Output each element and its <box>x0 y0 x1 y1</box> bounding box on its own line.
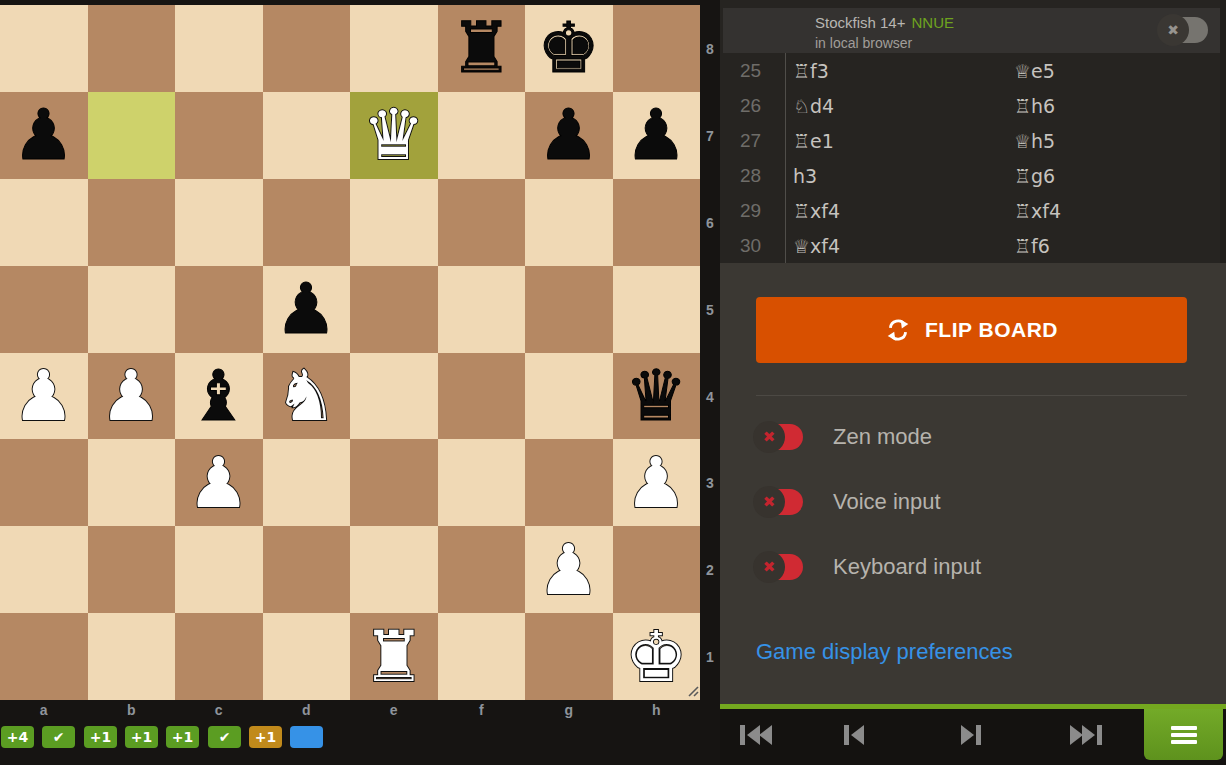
toggle-off-x-icon: ✖ <box>753 551 785 583</box>
file-label-c: c <box>175 702 263 718</box>
white-move[interactable]: ♖e1 <box>785 130 1006 152</box>
file-label-d: d <box>263 702 351 718</box>
square-d2[interactable] <box>263 526 351 613</box>
black-pawn[interactable]: ♟ <box>275 274 338 344</box>
file-label-a: a <box>0 702 88 718</box>
square-e5[interactable] <box>350 266 438 353</box>
file-label-e: e <box>350 702 438 718</box>
square-b6[interactable] <box>88 179 176 266</box>
square-c7[interactable] <box>175 92 263 179</box>
flip-board-label: FLIP BOARD <box>925 318 1058 342</box>
white-queen[interactable]: ♛ <box>362 100 425 170</box>
white-move[interactable]: ♘d4 <box>785 95 1006 117</box>
feedback-badge-warn: +1 <box>249 726 282 748</box>
flip-icon <box>885 317 911 343</box>
move-number: 29 <box>720 200 785 222</box>
white-move[interactable]: ♕xf4 <box>785 235 1006 257</box>
square-b1[interactable] <box>88 613 176 700</box>
move-number: 28 <box>720 165 785 187</box>
square-c2[interactable] <box>175 526 263 613</box>
analysis-menu-button[interactable] <box>1144 709 1223 760</box>
chess-board[interactable]: ♜♚♟♛♟♟♟♟♟♝♞♛♟♟♟♜♚ <box>0 5 700 700</box>
zen-mode-toggle-row[interactable]: ✖ Zen mode <box>756 421 932 453</box>
rank-label-3: 3 <box>700 475 720 491</box>
white-pawn[interactable]: ♟ <box>12 361 75 431</box>
square-a1[interactable] <box>0 613 88 700</box>
file-label-f: f <box>438 702 526 718</box>
square-e8[interactable] <box>350 5 438 92</box>
square-d6[interactable] <box>263 179 351 266</box>
file-labels: abcdefgh <box>0 702 700 720</box>
feedback-badge-good: +1 <box>125 726 158 748</box>
square-c5[interactable] <box>175 266 263 353</box>
feedback-badge-good: ✔ <box>208 726 241 748</box>
side-panel: Stockfish 14+NNUE in local browser ✖ 25♖… <box>720 0 1226 765</box>
engine-toggle[interactable]: ✖ <box>1160 17 1208 43</box>
hamburger-icon <box>1150 726 1217 744</box>
voice-input-label: Voice input <box>833 489 941 515</box>
square-f2[interactable] <box>438 526 526 613</box>
square-a4[interactable]: ♟ <box>0 353 88 440</box>
white-move[interactable]: ♖f3 <box>785 60 1006 82</box>
square-g4[interactable] <box>525 353 613 440</box>
square-a2[interactable] <box>0 526 88 613</box>
square-e6[interactable] <box>350 179 438 266</box>
square-b5[interactable] <box>88 266 176 353</box>
square-c3[interactable]: ♟ <box>175 439 263 526</box>
step-back-icon <box>844 723 866 747</box>
move-number: 27 <box>720 130 785 152</box>
rank-label-4: 4 <box>700 389 720 405</box>
square-f1[interactable] <box>438 613 526 700</box>
black-move[interactable]: ♕h5 <box>1006 130 1226 152</box>
square-b3[interactable] <box>88 439 176 526</box>
square-g1[interactable] <box>525 613 613 700</box>
settings-dropdown: FLIP BOARD ✖ Zen mode ✖ Voice input ✖ Ke… <box>720 263 1226 704</box>
square-h6[interactable] <box>613 179 701 266</box>
square-g8[interactable]: ♚ <box>525 5 613 92</box>
move-number: 26 <box>720 95 785 117</box>
white-knight[interactable]: ♞ <box>275 361 338 431</box>
white-pawn[interactable]: ♟ <box>625 448 688 518</box>
square-f3[interactable] <box>438 439 526 526</box>
square-h7[interactable]: ♟ <box>613 92 701 179</box>
square-d3[interactable] <box>263 439 351 526</box>
square-e4[interactable] <box>350 353 438 440</box>
white-move[interactable]: h3 <box>785 165 1006 187</box>
move-number: 25 <box>720 60 785 82</box>
black-move[interactable]: ♖h6 <box>1006 95 1226 117</box>
zen-mode-label: Zen mode <box>833 424 932 450</box>
square-c4[interactable]: ♝ <box>175 353 263 440</box>
keyboard-input-toggle-row[interactable]: ✖ Keyboard input <box>756 551 981 583</box>
square-d8[interactable] <box>263 5 351 92</box>
square-e2[interactable] <box>350 526 438 613</box>
move-row: 30♕xf4♖f6 <box>720 228 1226 263</box>
square-e7[interactable]: ♛ <box>350 92 438 179</box>
square-d7[interactable] <box>263 92 351 179</box>
square-h8[interactable] <box>613 5 701 92</box>
move-number: 30 <box>720 235 785 257</box>
square-a6[interactable] <box>0 179 88 266</box>
skip-to-start-icon <box>740 723 774 747</box>
square-b2[interactable] <box>88 526 176 613</box>
toggle-off-x-icon: ✖ <box>753 421 785 453</box>
move-row: 25♖f3♕e5 <box>720 53 1226 88</box>
square-d5[interactable]: ♟ <box>263 266 351 353</box>
white-rook[interactable]: ♜ <box>362 622 425 692</box>
file-label-b: b <box>88 702 176 718</box>
move-row: 28h3♖g6 <box>720 158 1226 193</box>
move-feedback-badges: +4✔+1+1+1✔+1 <box>0 726 700 748</box>
rank-label-1: 1 <box>700 649 720 665</box>
move-row: 26♘d4♖h6 <box>720 88 1226 123</box>
feedback-badge-good: +1 <box>166 726 199 748</box>
square-b7[interactable] <box>88 92 176 179</box>
zen-mode-switch[interactable]: ✖ <box>756 424 803 450</box>
step-forward-icon <box>959 723 981 747</box>
square-d1[interactable] <box>263 613 351 700</box>
feedback-badge-current <box>290 726 323 748</box>
square-c8[interactable] <box>175 5 263 92</box>
square-f6[interactable] <box>438 179 526 266</box>
file-label-g: g <box>525 702 613 718</box>
engine-name: Stockfish 14+ <box>815 14 905 31</box>
board-resize-handle[interactable] <box>686 684 699 697</box>
black-move[interactable]: ♖xf4 <box>1006 200 1226 222</box>
square-a7[interactable]: ♟ <box>0 92 88 179</box>
square-e3[interactable] <box>350 439 438 526</box>
keyboard-input-switch[interactable]: ✖ <box>756 554 803 580</box>
engine-toggle-x-icon: ✖ <box>1157 14 1189 46</box>
black-move[interactable]: ♕e5 <box>1006 60 1226 82</box>
square-a5[interactable] <box>0 266 88 353</box>
last-move-button[interactable] <box>1070 723 1104 750</box>
toggle-off-x-icon: ✖ <box>753 486 785 518</box>
square-f7[interactable] <box>438 92 526 179</box>
square-h3[interactable]: ♟ <box>613 439 701 526</box>
square-g7[interactable]: ♟ <box>525 92 613 179</box>
square-h5[interactable] <box>613 266 701 353</box>
square-h2[interactable] <box>613 526 701 613</box>
square-f5[interactable] <box>438 266 526 353</box>
square-e1[interactable]: ♜ <box>350 613 438 700</box>
square-f8[interactable]: ♜ <box>438 5 526 92</box>
feedback-badge-good: ✔ <box>42 726 75 748</box>
rank-labels: 87654321 <box>700 5 720 700</box>
feedback-badge-good: +4 <box>1 726 34 748</box>
black-king[interactable]: ♚ <box>537 13 600 83</box>
black-move[interactable]: ♖f6 <box>1006 235 1226 257</box>
white-king[interactable]: ♚ <box>625 622 688 692</box>
white-pawn[interactable]: ♟ <box>537 535 600 605</box>
square-g2[interactable]: ♟ <box>525 526 613 613</box>
square-h4[interactable]: ♛ <box>613 353 701 440</box>
game-display-preferences-link[interactable]: Game display preferences <box>756 639 1013 665</box>
square-b4[interactable]: ♟ <box>88 353 176 440</box>
move-row: 29♖xf4♖xf4 <box>720 193 1226 228</box>
black-bishop[interactable]: ♝ <box>187 361 250 431</box>
square-g5[interactable] <box>525 266 613 353</box>
keyboard-input-label: Keyboard input <box>833 554 981 580</box>
square-b8[interactable] <box>88 5 176 92</box>
move-list: 25♖f3♕e526♘d4♖h627♖e1♕h528h3♖g629♖xf4♖xf… <box>720 53 1226 263</box>
engine-nnue-badge: NNUE <box>911 14 954 31</box>
black-pawn[interactable]: ♟ <box>625 100 688 170</box>
square-a3[interactable] <box>0 439 88 526</box>
square-d4[interactable]: ♞ <box>263 353 351 440</box>
navigation-bar <box>720 709 1226 765</box>
square-g6[interactable] <box>525 179 613 266</box>
file-label-h: h <box>613 702 701 718</box>
rank-label-5: 5 <box>700 302 720 318</box>
engine-bar: Stockfish 14+NNUE in local browser ✖ <box>723 8 1220 53</box>
black-rook[interactable]: ♜ <box>450 13 513 83</box>
analysis-page: ♜♚♟♛♟♟♟♟♟♝♞♛♟♟♟♜♚ 87654321 abcdefgh +4✔+… <box>0 0 1226 765</box>
rank-label-8: 8 <box>700 41 720 57</box>
rank-label-7: 7 <box>700 128 720 144</box>
black-queen[interactable]: ♛ <box>625 361 688 431</box>
square-g3[interactable] <box>525 439 613 526</box>
black-pawn[interactable]: ♟ <box>12 100 75 170</box>
move-row: 27♖e1♕h5 <box>720 123 1226 158</box>
black-move[interactable]: ♖g6 <box>1006 165 1226 187</box>
voice-input-toggle-row[interactable]: ✖ Voice input <box>756 486 941 518</box>
white-pawn[interactable]: ♟ <box>100 361 163 431</box>
rank-label-2: 2 <box>700 562 720 578</box>
feedback-badge-good: +1 <box>84 726 117 748</box>
flip-board-button[interactable]: FLIP BOARD <box>756 297 1187 363</box>
rank-label-6: 6 <box>700 215 720 231</box>
skip-to-end-icon <box>1070 723 1104 747</box>
square-f4[interactable] <box>438 353 526 440</box>
next-move-button[interactable] <box>959 723 981 750</box>
white-move[interactable]: ♖xf4 <box>785 200 1006 222</box>
square-c6[interactable] <box>175 179 263 266</box>
square-a8[interactable] <box>0 5 88 92</box>
previous-move-button[interactable] <box>844 723 866 750</box>
voice-input-switch[interactable]: ✖ <box>756 489 803 515</box>
white-pawn[interactable]: ♟ <box>187 448 250 518</box>
square-c1[interactable] <box>175 613 263 700</box>
first-move-button[interactable] <box>740 723 774 750</box>
black-pawn[interactable]: ♟ <box>537 100 600 170</box>
divider <box>756 395 1187 396</box>
